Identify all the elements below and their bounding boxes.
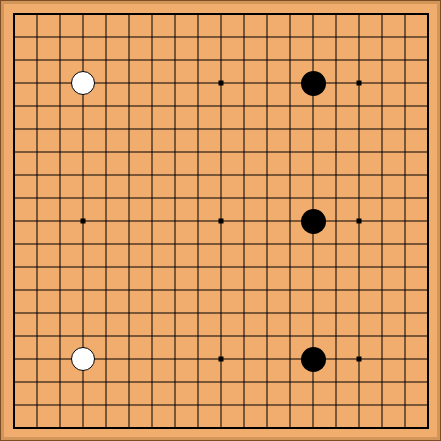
white-stone <box>71 347 95 371</box>
go-board-frame <box>0 0 441 441</box>
black-stone <box>301 209 326 234</box>
black-stone <box>301 347 326 372</box>
stones-layer <box>3 3 440 440</box>
black-stone <box>301 71 326 96</box>
white-stone <box>71 71 95 95</box>
